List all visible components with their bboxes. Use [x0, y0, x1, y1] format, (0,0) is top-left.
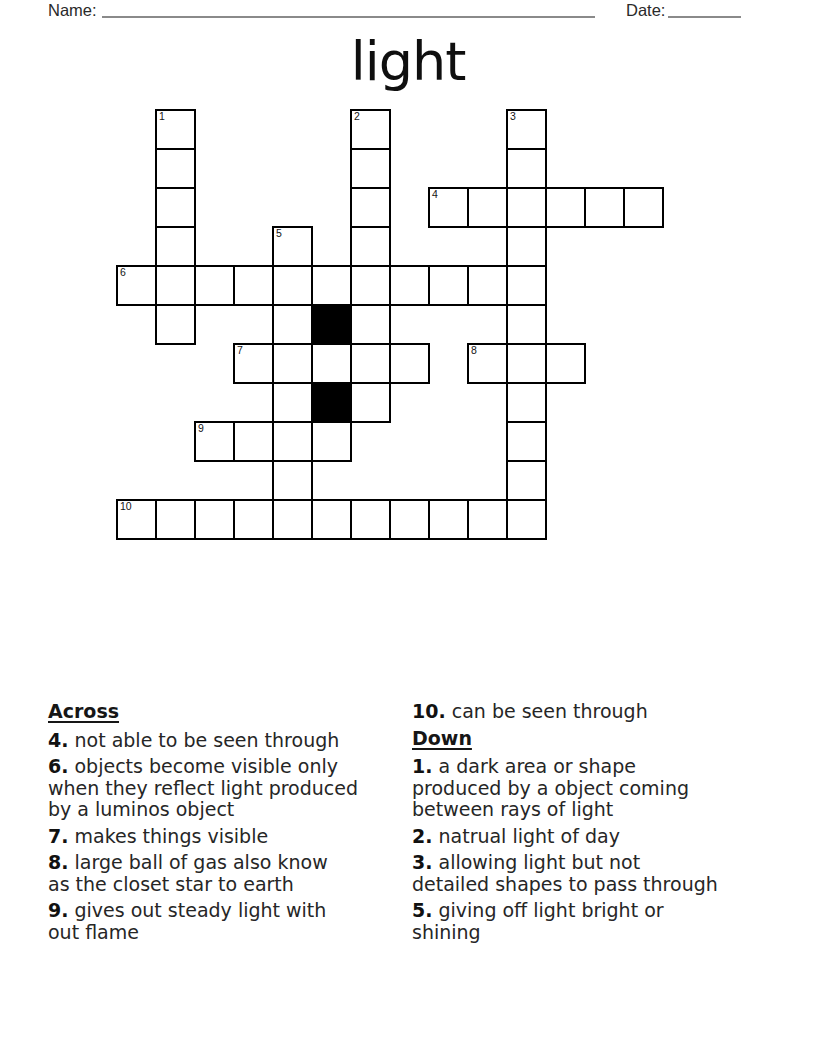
grid-cell[interactable] — [272, 304, 313, 345]
clue-item: 4. not able to be seen through — [48, 730, 408, 752]
grid-cell[interactable] — [311, 343, 352, 384]
clue-number: 6 — [120, 267, 126, 279]
grid-cell[interactable] — [311, 499, 352, 540]
clue-item: 8. large ball of gas also know as the cl… — [48, 852, 408, 895]
blocked-cell — [311, 382, 352, 423]
grid-cell[interactable] — [350, 265, 391, 306]
clue-number: 1 — [159, 111, 165, 123]
clue-item-number: 5. — [412, 899, 432, 921]
grid-cell[interactable] — [506, 265, 547, 306]
clue-item-text: a dark area or shape produced by a objec… — [412, 755, 689, 820]
grid-cell[interactable] — [506, 148, 547, 189]
clue-item-text: allowing light but not detailed shapes t… — [412, 851, 718, 895]
grid-cell[interactable] — [155, 499, 196, 540]
grid-cell[interactable] — [506, 382, 547, 423]
grid-cell[interactable] — [155, 187, 196, 228]
clue-item-number: 2. — [412, 825, 432, 847]
grid-cell[interactable] — [584, 187, 625, 228]
clue-item-number: 4. — [48, 729, 68, 751]
clue-item-number: 3. — [412, 851, 432, 873]
grid-cell[interactable] — [506, 187, 547, 228]
grid-cell[interactable]: 9 — [194, 421, 235, 462]
clue-item-text: objects become visible only when they re… — [48, 755, 358, 820]
grid-cell[interactable] — [389, 499, 430, 540]
clue-item: 7. makes things visible — [48, 826, 408, 848]
grid-cell[interactable] — [155, 226, 196, 267]
grid-cell[interactable] — [350, 226, 391, 267]
clue-number: 8 — [471, 345, 477, 357]
grid-cell[interactable] — [623, 187, 664, 228]
grid-cell[interactable] — [233, 265, 274, 306]
grid-cell[interactable]: 5 — [272, 226, 313, 267]
clue-item-text: not able to be seen through — [68, 729, 339, 751]
grid-cell[interactable]: 4 — [428, 187, 469, 228]
clue-item-number: 7. — [48, 825, 68, 847]
down-header: Down — [412, 728, 784, 750]
grid-cell[interactable] — [350, 187, 391, 228]
clue-item-text: can be seen through — [446, 700, 648, 722]
puzzle-title: light — [0, 34, 816, 91]
grid-cell[interactable] — [389, 343, 430, 384]
grid-cell[interactable]: 2 — [350, 109, 391, 150]
clue-item: 6. objects become visible only when they… — [48, 756, 408, 821]
grid-cell[interactable] — [389, 265, 430, 306]
grid-cell[interactable] — [194, 265, 235, 306]
grid-cell[interactable] — [467, 265, 508, 306]
grid-cell[interactable] — [233, 499, 274, 540]
clue-item-number: 8. — [48, 851, 68, 873]
grid-cell[interactable] — [272, 460, 313, 501]
clue-item-text: natrual light of day — [432, 825, 619, 847]
grid-cell[interactable]: 8 — [467, 343, 508, 384]
grid-cell[interactable] — [506, 460, 547, 501]
clue-item: 9. gives out steady light with out flame — [48, 900, 408, 943]
date-label: Date: — [626, 1, 665, 20]
clue-number: 4 — [432, 189, 438, 201]
clue-item: 10. can be seen through — [412, 701, 784, 723]
grid-cell[interactable] — [506, 499, 547, 540]
clue-number: 2 — [354, 111, 360, 123]
clue-item-number: 9. — [48, 899, 68, 921]
grid-cell[interactable] — [272, 265, 313, 306]
blocked-cell — [311, 304, 352, 345]
name-label: Name: — [48, 1, 97, 20]
grid-cell[interactable] — [272, 343, 313, 384]
grid-cell[interactable] — [428, 499, 469, 540]
clue-item: 2. natrual light of day — [412, 826, 784, 848]
clue-item: 1. a dark area or shape produced by a ob… — [412, 756, 784, 821]
grid-cell[interactable] — [350, 343, 391, 384]
grid-cell[interactable] — [155, 265, 196, 306]
grid-cell[interactable]: 6 — [116, 265, 157, 306]
down-clues-list: 1. a dark area or shape produced by a ob… — [412, 756, 784, 943]
grid-cell[interactable] — [194, 499, 235, 540]
grid-cell[interactable] — [506, 304, 547, 345]
clue-item: 3. allowing light but not detailed shape… — [412, 852, 784, 895]
grid-cell[interactable] — [467, 187, 508, 228]
name-fill-line[interactable] — [102, 16, 595, 18]
grid-cell[interactable] — [506, 421, 547, 462]
grid-cell[interactable] — [233, 421, 274, 462]
across-overflow-list: 10. can be seen through — [412, 701, 784, 723]
clue-item-number: 6. — [48, 755, 68, 777]
clue-item-number: 10. — [412, 700, 446, 722]
crossword-grid: 12345678910 — [116, 109, 664, 540]
grid-cell[interactable] — [350, 304, 391, 345]
grid-cell[interactable] — [545, 343, 586, 384]
clues-column-right: 10. can be seen through Down 1. a dark a… — [412, 701, 784, 948]
clue-item-number: 1. — [412, 755, 432, 777]
clues-column-left: Across 4. not able to be seen through6. … — [48, 701, 408, 948]
grid-cell[interactable] — [350, 382, 391, 423]
clue-number: 3 — [510, 111, 516, 123]
date-fill-line[interactable] — [668, 16, 741, 18]
clue-number: 5 — [276, 228, 282, 240]
grid-cell[interactable] — [311, 421, 352, 462]
clue-item-text: gives out steady light with out flame — [48, 899, 326, 943]
grid-cell[interactable]: 3 — [506, 109, 547, 150]
grid-cell[interactable] — [272, 421, 313, 462]
grid-cell[interactable]: 7 — [233, 343, 274, 384]
grid-cell[interactable] — [350, 148, 391, 189]
across-clues-list: 4. not able to be seen through6. objects… — [48, 730, 408, 944]
clue-item: 5. giving off light bright or shining — [412, 900, 784, 943]
grid-cell[interactable] — [311, 265, 352, 306]
clue-item-text: large ball of gas also know as the close… — [48, 851, 328, 895]
grid-cell[interactable]: 1 — [155, 109, 196, 150]
clue-item-text: giving off light bright or shining — [412, 899, 664, 943]
grid-cell[interactable] — [506, 343, 547, 384]
across-header: Across — [48, 701, 408, 723]
grid-cell[interactable] — [350, 499, 391, 540]
clue-number: 7 — [237, 345, 243, 357]
grid-cell[interactable]: 10 — [116, 499, 157, 540]
clue-number: 9 — [198, 423, 204, 435]
grid-cell[interactable] — [272, 382, 313, 423]
grid-cell[interactable] — [545, 187, 586, 228]
grid-cell[interactable] — [467, 499, 508, 540]
clue-number: 10 — [120, 501, 132, 513]
grid-cell[interactable] — [272, 499, 313, 540]
grid-cell[interactable] — [428, 265, 469, 306]
grid-cell[interactable] — [155, 304, 196, 345]
grid-cell[interactable] — [506, 226, 547, 267]
grid-cell[interactable] — [155, 148, 196, 189]
clue-item-text: makes things visible — [68, 825, 268, 847]
